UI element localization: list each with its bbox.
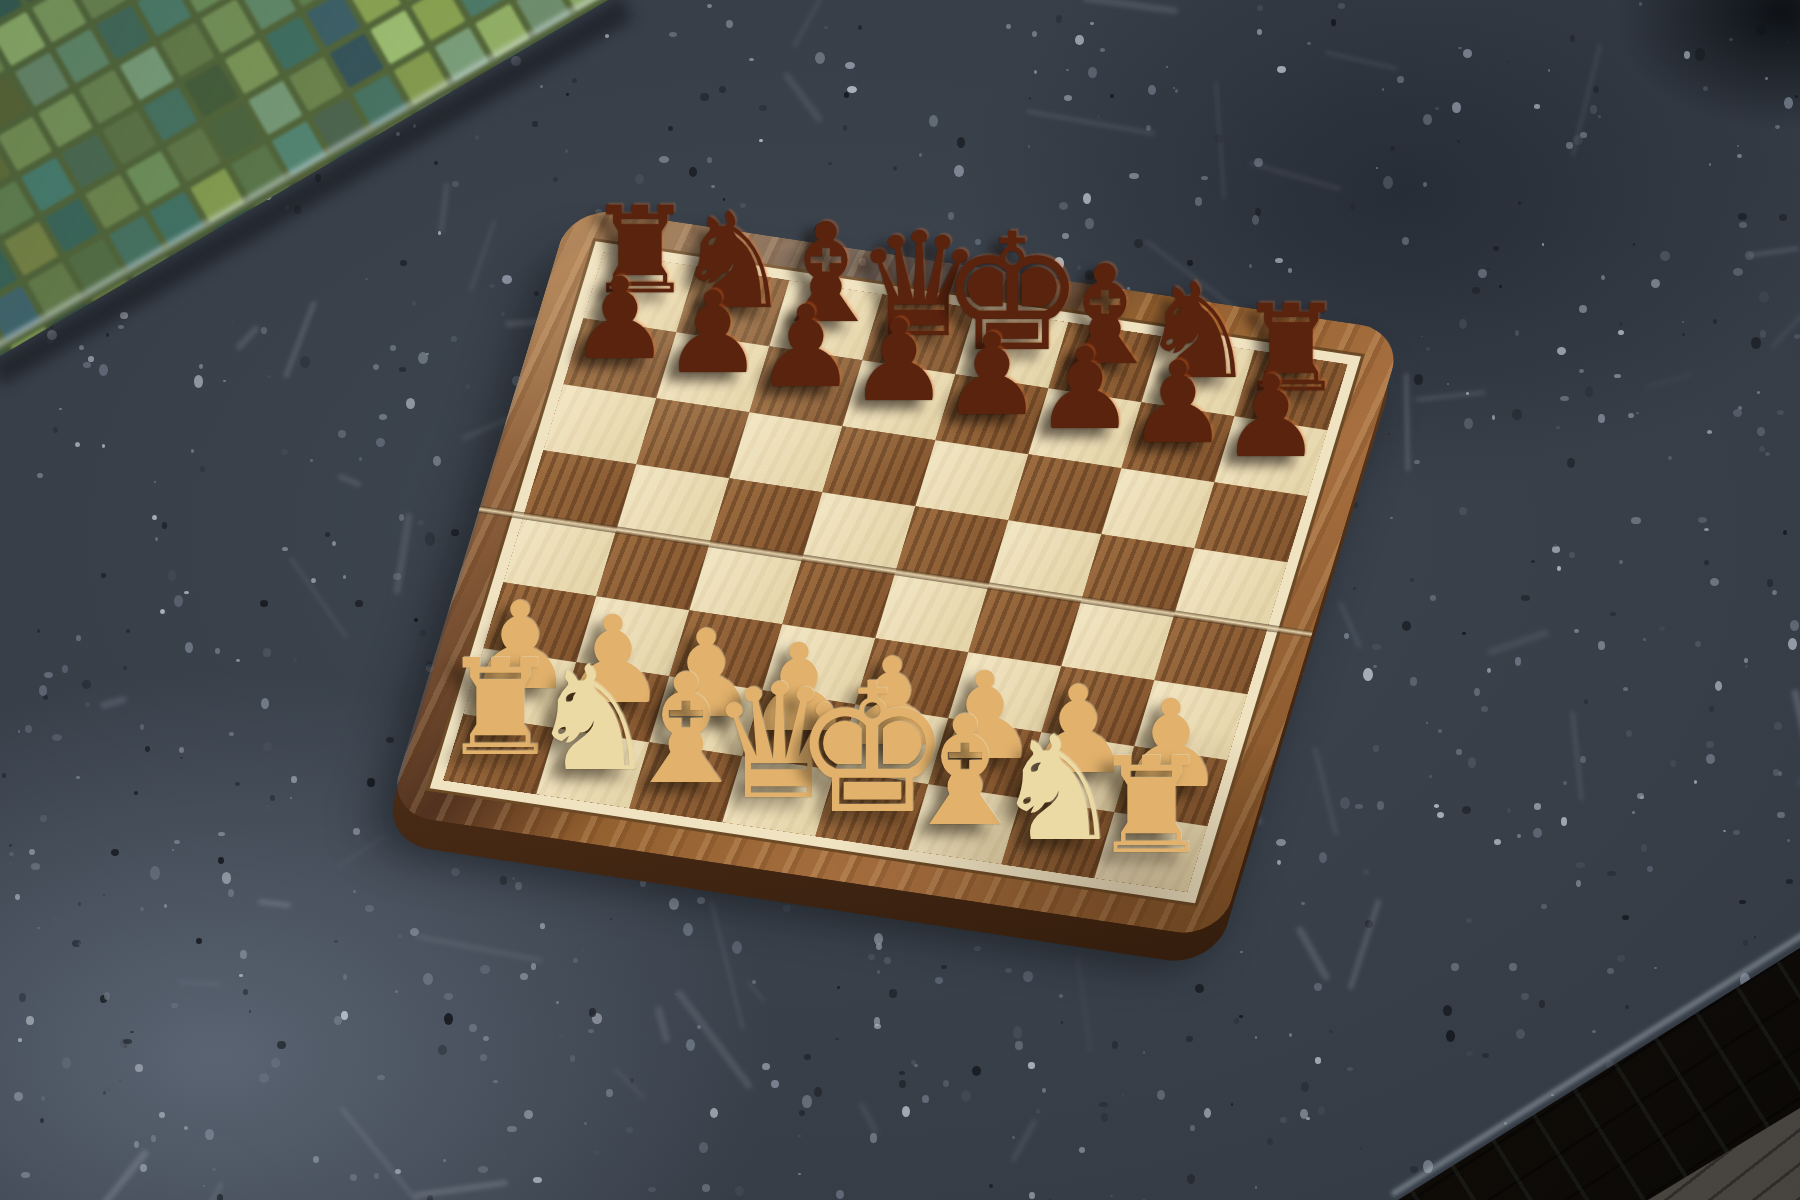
- granite-speckle: [711, 185, 715, 188]
- granite-speckle: [771, 1080, 779, 1088]
- granite-speckle: [353, 890, 356, 893]
- granite-speckle: [425, 532, 435, 546]
- granite-speckle: [1301, 1082, 1309, 1092]
- granite-speckle: [1619, 560, 1623, 564]
- granite-speckle: [1709, 706, 1714, 712]
- granite-speckle: [1617, 955, 1625, 962]
- granite-speckle: [1639, 2, 1642, 6]
- granite-speckle: [1075, 35, 1084, 45]
- granite-speckle: [1276, 839, 1286, 846]
- granite-speckle: [311, 578, 316, 583]
- granite-speckle: [386, 737, 394, 743]
- granite-speckle: [1315, 1057, 1321, 1064]
- granite-speckle: [1255, 1186, 1257, 1189]
- granite-speckle: [1148, 85, 1156, 95]
- granite-speckle: [689, 167, 697, 177]
- granite-speckle: [1372, 644, 1381, 650]
- granite-speckle: [1438, 729, 1442, 733]
- granite-speckle: [390, 345, 396, 351]
- granite-speckle: [1360, 1147, 1362, 1150]
- granite-speckle: [291, 776, 297, 783]
- granite-speckle: [1512, 409, 1522, 420]
- granite-speckle: [1468, 757, 1476, 768]
- granite-vein: [1404, 373, 1410, 471]
- granite-speckle: [1134, 239, 1143, 248]
- granite-speckle: [1584, 699, 1588, 704]
- granite-speckle: [155, 537, 158, 541]
- granite-speckle: [191, 1189, 196, 1193]
- granite-speckle: [683, 923, 693, 936]
- granite-speckle: [82, 680, 91, 689]
- granite-speckle: [52, 916, 60, 925]
- granite-vein: [1313, 746, 1339, 835]
- granite-speckle: [104, 992, 110, 1000]
- granite-speckle: [438, 1045, 447, 1055]
- granite-speckle: [423, 973, 433, 985]
- granite-speckle: [1034, 70, 1037, 74]
- granite-speckle: [1733, 409, 1742, 417]
- granite-speckle: [558, 1034, 564, 1038]
- granite-speckle: [1494, 839, 1501, 845]
- granite-speckle: [1314, 983, 1322, 991]
- granite-speckle: [1556, 426, 1560, 429]
- granite-speckle: [25, 725, 32, 733]
- granite-speckle: [236, 659, 240, 662]
- granite-speckle: [1289, 1033, 1292, 1037]
- granite-speckle: [1157, 1090, 1165, 1100]
- granite-speckle: [365, 905, 374, 912]
- granite-speckle: [1557, 566, 1561, 571]
- granite-speckle: [259, 1073, 269, 1083]
- granite-vein: [1770, 290, 1800, 349]
- granite-speckle: [1426, 722, 1428, 724]
- granite-speckle: [1704, 528, 1709, 531]
- granite-speckle: [1628, 413, 1634, 418]
- granite-speckle: [377, 1075, 385, 1080]
- granite-speckle: [533, 1177, 542, 1183]
- granite-vein: [178, 981, 220, 986]
- granite-speckle: [1097, 115, 1100, 119]
- granite-speckle: [1757, 391, 1760, 394]
- granite-speckle: [501, 312, 505, 316]
- granite-speckle: [1059, 994, 1063, 998]
- granite-speckle: [1539, 1000, 1545, 1008]
- granite-speckle: [1601, 275, 1605, 280]
- granite-speckle: [1110, 1195, 1113, 1197]
- granite-speckle: [277, 1041, 286, 1049]
- granite-speckle: [961, 1090, 971, 1102]
- granite-speckle: [1670, 760, 1676, 767]
- granite-speckle: [1054, 257, 1064, 270]
- granite-speckle: [759, 139, 763, 142]
- granite-speckle: [1463, 49, 1472, 58]
- granite-speckle: [874, 1024, 881, 1029]
- granite-vein: [289, 556, 348, 639]
- granite-speckle: [72, 940, 81, 947]
- granite-speckle: [40, 815, 47, 822]
- granite-speckle: [735, 1186, 744, 1196]
- granite-vein: [1325, 51, 1398, 71]
- granite-speckle: [240, 950, 247, 959]
- granite-speckle: [1772, 590, 1777, 595]
- granite-speckle: [1767, 579, 1773, 587]
- granite-speckle: [972, 1066, 981, 1076]
- granite-speckle: [1579, 369, 1584, 373]
- granite-speckle: [9, 862, 12, 865]
- granite-speckle: [1682, 321, 1684, 323]
- granite-vein: [1572, 44, 1602, 156]
- granite-speckle: [845, 62, 855, 69]
- granite-speckle: [1344, 633, 1349, 639]
- granite-speckle: [943, 1080, 949, 1087]
- granite-speckle: [78, 902, 81, 906]
- granite-speckle: [174, 595, 183, 607]
- granite-speckle: [1516, 1029, 1525, 1039]
- granite-speckle: [1307, 42, 1311, 45]
- granite-speckle: [1101, 1113, 1108, 1122]
- granite-speckle: [749, 58, 754, 61]
- granite-speckle: [399, 514, 404, 521]
- granite-speckle: [570, 1055, 575, 1062]
- granite-speckle: [1423, 114, 1432, 125]
- granite-vein: [1010, 1118, 1038, 1162]
- granite-speckle: [974, 946, 981, 951]
- granite-speckle: [205, 1129, 214, 1140]
- granite-speckle: [1388, 433, 1390, 435]
- granite-speckle: [452, 181, 459, 187]
- granite-speckle: [610, 918, 612, 920]
- granite-speckle: [1757, 427, 1765, 436]
- granite-speckle: [1466, 1051, 1473, 1056]
- granite-speckle: [367, 778, 375, 787]
- granite-speckle: [835, 1038, 839, 1040]
- granite-speckle: [151, 1135, 156, 1142]
- granite-speckle: [235, 782, 240, 786]
- granite-speckle: [1373, 745, 1379, 752]
- granite-speckle: [1569, 552, 1575, 558]
- granite-speckle: [752, 980, 756, 984]
- granite-speckle: [1703, 86, 1708, 91]
- granite-speckle: [106, 333, 109, 337]
- granite-speckle: [223, 380, 226, 382]
- granite-speckle: [573, 958, 578, 963]
- granite-speckle: [565, 149, 568, 153]
- granite-speckle: [1777, 812, 1785, 818]
- granite-speckle: [1654, 967, 1657, 969]
- granite-speckle: [1204, 1108, 1211, 1118]
- granite-speckle: [365, 278, 368, 280]
- granite-speckle: [217, 1194, 223, 1200]
- granite-speckle: [1759, 446, 1765, 452]
- granite-speckle: [179, 747, 184, 753]
- granite-speckle: [1744, 658, 1748, 663]
- granite-speckle: [310, 459, 313, 462]
- granite-vein: [1076, 956, 1091, 1051]
- granite-speckle: [76, 776, 80, 779]
- granite-speckle: [76, 635, 81, 641]
- granite-speckle: [29, 849, 35, 855]
- granite-speckle: [877, 970, 880, 974]
- granite-speckle: [1085, 218, 1094, 229]
- granite-speckle: [353, 828, 360, 835]
- granite-speckle: [837, 986, 840, 989]
- granite-speckle: [164, 904, 167, 908]
- granite-speckle: [19, 993, 26, 1002]
- granite-speckle: [1090, 22, 1094, 25]
- granite-speckle: [1062, 233, 1069, 239]
- granite-speckle: [43, 695, 48, 700]
- granite-speckle: [1472, 287, 1480, 294]
- granite-speckle: [1383, 176, 1393, 189]
- granite-speckle: [79, 345, 84, 350]
- granite-speckle: [1709, 163, 1711, 166]
- granite-speckle: [376, 438, 385, 447]
- granite-speckle: [1636, 412, 1639, 414]
- granite-speckle: [723, 198, 725, 201]
- granite-speckle: [1576, 862, 1585, 868]
- granite-speckle: [669, 898, 679, 910]
- granite-speckle: [399, 367, 406, 372]
- granite-vein: [235, 325, 261, 352]
- granite-speckle: [858, 25, 862, 30]
- granite-speckle: [1459, 507, 1467, 515]
- granite-speckle: [1462, 806, 1471, 814]
- granite-speckle: [1252, 215, 1259, 225]
- granite-speckle: [1410, 578, 1414, 582]
- granite-speckle: [1186, 1036, 1193, 1042]
- granite-speckle: [1464, 418, 1473, 429]
- granite-speckle: [1066, 69, 1069, 71]
- granite-speckle: [740, 203, 746, 208]
- granite-speckle: [26, 1016, 34, 1025]
- granite-speckle: [1429, 775, 1432, 778]
- granite-speckle: [196, 938, 202, 944]
- granite-speckle: [123, 1039, 132, 1044]
- granite-speckle: [9, 852, 14, 856]
- granite-speckle: [451, 529, 459, 536]
- granite-speckle: [263, 742, 272, 751]
- granite-speckle: [1773, 769, 1779, 776]
- granite-speckle: [212, 1168, 216, 1171]
- granite-vein: [782, 71, 824, 123]
- granite-speckle: [239, 974, 243, 977]
- granite-speckle: [83, 362, 91, 368]
- granite-speckle: [1340, 797, 1350, 809]
- granite-speckle: [1029, 97, 1031, 100]
- granite-speckle: [702, 1184, 710, 1192]
- granite-speckle: [88, 356, 94, 362]
- granite-speckle: [418, 352, 428, 364]
- granite-speckle: [433, 456, 441, 466]
- granite-speckle: [398, 934, 402, 938]
- granite-speckle: [1347, 1067, 1353, 1071]
- granite-speckle: [1576, 880, 1581, 887]
- granite-speckle: [1187, 260, 1193, 266]
- granite-speckle: [1626, 730, 1632, 737]
- granite-speckle: [1618, 330, 1624, 335]
- granite-vein: [438, 182, 449, 232]
- granite-speckle: [1659, 626, 1665, 631]
- granite-speckle: [1640, 796, 1644, 799]
- granite-speckle: [1447, 383, 1449, 385]
- granite-speckle: [434, 161, 438, 165]
- granite-speckle: [1338, 3, 1345, 9]
- granite-speckle: [1280, 1117, 1287, 1123]
- granite-speckle: [1695, 641, 1701, 647]
- granite-speckle: [75, 442, 80, 447]
- granite-speckle: [1493, 246, 1499, 251]
- granite-speckle: [1231, 1103, 1233, 1106]
- granite-speckle: [37, 629, 40, 633]
- granite-speckle: [707, 157, 712, 163]
- granite-speckle: [1478, 269, 1487, 278]
- granite-speckle: [271, 1058, 280, 1068]
- granite-speckle: [843, 125, 847, 131]
- granite-speckle: [1541, 904, 1547, 909]
- granite-speckle: [215, 648, 220, 654]
- granite-vein: [1082, 0, 1178, 15]
- granite-speckle: [1733, 268, 1743, 276]
- granite-speckle: [443, 1159, 446, 1162]
- granite-speckle: [1390, 517, 1393, 519]
- granite-speckle: [313, 1156, 319, 1163]
- granite-speckle: [1507, 808, 1511, 813]
- granite-speckle: [1787, 41, 1790, 43]
- granite-speckle: [40, 1118, 44, 1123]
- granite-speckle: [102, 444, 105, 448]
- granite-speckle: [400, 260, 407, 266]
- granite-speckle: [1013, 1026, 1022, 1039]
- granite-speckle: [1729, 38, 1733, 41]
- granite-speckle: [1534, 104, 1540, 109]
- granite-speckle: [584, 1122, 587, 1125]
- granite-speckle: [1794, 334, 1800, 339]
- granite-speckle: [1707, 430, 1712, 434]
- granite-speckle: [1738, 213, 1747, 220]
- granite-speckle: [1760, 330, 1766, 338]
- granite-speckle: [507, 1126, 517, 1132]
- granite-speckle: [228, 889, 234, 897]
- granite-speckle: [1784, 97, 1793, 109]
- granite-speckle: [1795, 95, 1798, 98]
- granite-speckle: [1593, 86, 1599, 93]
- granite-speckle: [172, 849, 174, 851]
- granite-speckle: [343, 575, 346, 579]
- granite-speckle: [174, 840, 180, 844]
- granite-speckle: [37, 473, 43, 478]
- granite-speckle: [1713, 319, 1717, 324]
- granite-speckle: [480, 965, 490, 974]
- granite-speckle: [1363, 668, 1373, 681]
- granite-speckle: [414, 618, 418, 622]
- granite-speckle: [884, 957, 891, 964]
- granite-speckle: [1122, 1094, 1124, 1096]
- granite-speckle: [1088, 67, 1097, 78]
- granite-speckle: [1607, 968, 1614, 974]
- granite-speckle: [1143, 1051, 1145, 1054]
- granite-speckle: [1651, 279, 1660, 288]
- granite-speckle: [379, 414, 387, 420]
- granite-speckle: [1175, 89, 1178, 93]
- granite-speckle: [469, 1024, 477, 1032]
- granite-speckle: [171, 1003, 178, 1008]
- granite-speckle: [844, 92, 849, 98]
- granite-speckle: [1521, 993, 1529, 1000]
- granite-speckle: [553, 177, 558, 182]
- granite-speckle: [1015, 1041, 1023, 1050]
- granite-speckle: [231, 321, 234, 323]
- granite-speckle: [531, 963, 536, 970]
- granite-vein: [1347, 899, 1381, 991]
- granite-vein: [1747, 246, 1799, 257]
- granite-speckle: [21, 1172, 30, 1178]
- granite-speckle: [373, 364, 379, 370]
- granite-speckle: [572, 78, 577, 83]
- granite-speckle: [804, 1054, 811, 1060]
- granite-speckle: [588, 1029, 594, 1033]
- granite-speckle: [1329, 1030, 1333, 1033]
- granite-speckle: [1190, 1125, 1195, 1131]
- granite-speckle: [1580, 756, 1586, 763]
- granite-speckle: [1518, 201, 1521, 205]
- granite-speckle: [1462, 632, 1466, 635]
- granite-speckle: [1786, 879, 1793, 884]
- granite-vein: [83, 1149, 149, 1200]
- granite-speckle: [1745, 665, 1748, 668]
- granite-speckle: [798, 1173, 801, 1175]
- granite-speckle: [1751, 337, 1761, 349]
- granite-speckle: [1083, 193, 1091, 204]
- granite-speckle: [1099, 1102, 1108, 1107]
- granite-speckle: [1598, 641, 1605, 650]
- granite-speckle: [1435, 107, 1439, 110]
- granite-speckle: [889, 989, 897, 998]
- granite-speckle: [1410, 1166, 1418, 1173]
- granite-speckle: [710, 1108, 718, 1118]
- granite-speckle: [270, 795, 275, 801]
- granite-speckle: [836, 1190, 844, 1199]
- granite-speckle: [290, 797, 292, 799]
- granite-speckle: [480, 1054, 487, 1061]
- granite-speckle: [444, 1013, 453, 1025]
- granite-speckle: [659, 156, 669, 163]
- granite-speckle: [180, 757, 183, 759]
- granite-speckle: [532, 121, 538, 127]
- granite-vein: [1487, 629, 1550, 656]
- granite-speckle: [1110, 94, 1114, 98]
- granite-vein: [674, 989, 753, 1091]
- granite-speckle: [1382, 88, 1384, 91]
- granite-speckle: [1739, 900, 1746, 904]
- granite-speckle: [1201, 176, 1208, 180]
- granite-speckle: [62, 1057, 71, 1069]
- granite-speckle: [338, 430, 346, 438]
- granite-speckle: [130, 1031, 134, 1033]
- granite-speckle: [1059, 202, 1068, 210]
- granite-speckle: [126, 629, 130, 633]
- granite-vein: [613, 1067, 646, 1100]
- granite-speckle: [444, 993, 453, 1000]
- granite-speckle: [1756, 25, 1766, 35]
- granite-speckle: [41, 1096, 45, 1101]
- granite-speckle: [243, 989, 248, 995]
- granite-speckle: [1499, 285, 1502, 288]
- granite-speckle: [1759, 291, 1769, 303]
- granite-speckle: [1561, 817, 1567, 826]
- granite-vein: [414, 1179, 508, 1198]
- granite-speckle: [1548, 69, 1550, 72]
- granite-speckle: [1619, 322, 1623, 326]
